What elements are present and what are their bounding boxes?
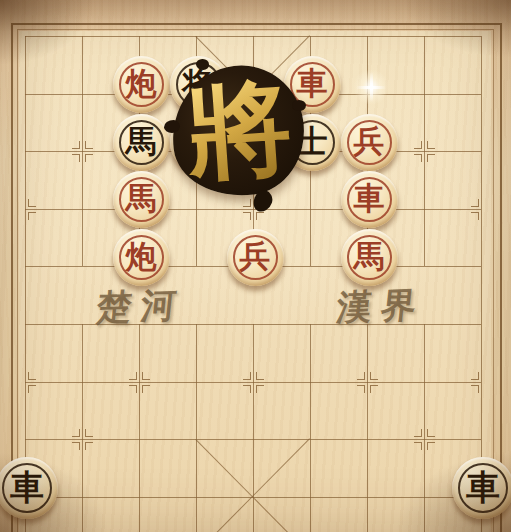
position-marker <box>72 429 80 437</box>
move-sparkle-effect <box>353 69 389 105</box>
ink-splatter <box>196 59 209 70</box>
position-marker <box>256 385 264 393</box>
grid-line <box>139 324 140 532</box>
position-marker <box>471 385 479 393</box>
grid-line <box>82 36 83 266</box>
position-marker <box>243 212 251 220</box>
check-stamp-character: 將 <box>162 65 316 195</box>
position-marker <box>357 372 365 380</box>
grid-line <box>367 324 368 532</box>
piece-red-cannon[interactable]: 炮 <box>113 229 170 286</box>
piece-character: 馬 <box>354 241 385 272</box>
piece-red-soldier[interactable]: 兵 <box>341 114 398 171</box>
piece-red-horse[interactable]: 馬 <box>113 171 170 228</box>
piece-black-horse[interactable]: 馬 <box>113 114 170 171</box>
position-marker <box>243 372 251 380</box>
piece-character: 馬 <box>126 183 157 214</box>
position-marker <box>243 385 251 393</box>
river-label-chu-river: 楚河 <box>94 281 187 331</box>
piece-character: 炮 <box>126 241 157 272</box>
position-marker <box>28 212 36 220</box>
position-marker <box>85 442 93 450</box>
piece-black-chariot[interactable]: 車 <box>452 457 511 519</box>
grid-line <box>310 324 311 532</box>
position-marker <box>256 212 264 220</box>
sparkle-ray <box>356 86 386 89</box>
grid-line <box>253 324 254 532</box>
position-marker <box>427 154 435 162</box>
piece-character: 馬 <box>126 126 157 157</box>
position-marker <box>471 199 479 207</box>
position-marker <box>414 429 422 437</box>
grid-line <box>424 324 425 532</box>
position-marker <box>129 372 137 380</box>
position-marker <box>471 372 479 380</box>
position-marker <box>370 372 378 380</box>
position-marker <box>72 154 80 162</box>
position-marker <box>28 372 36 380</box>
position-marker <box>142 385 150 393</box>
position-marker <box>28 199 36 207</box>
xiangqi-app-screen: 楚河 漢界 炮将車馬士士兵馬車炮兵馬車車 將 <box>0 0 511 532</box>
position-marker <box>370 385 378 393</box>
river-label-han-border: 漢界 <box>334 281 427 331</box>
position-marker <box>414 442 422 450</box>
piece-red-cannon[interactable]: 炮 <box>113 56 170 113</box>
position-marker <box>85 141 93 149</box>
grid-line <box>82 324 83 532</box>
position-marker <box>357 385 365 393</box>
position-marker <box>414 141 422 149</box>
position-marker <box>427 141 435 149</box>
position-marker <box>72 442 80 450</box>
position-marker <box>28 385 36 393</box>
piece-red-soldier[interactable]: 兵 <box>227 229 284 286</box>
piece-character: 車 <box>354 183 385 214</box>
position-marker <box>427 442 435 450</box>
position-marker <box>142 372 150 380</box>
piece-character: 車 <box>10 470 44 504</box>
position-marker <box>427 429 435 437</box>
piece-red-horse[interactable]: 馬 <box>341 229 398 286</box>
piece-character: 兵 <box>354 126 385 157</box>
piece-character: 炮 <box>126 68 157 99</box>
grid-line <box>196 324 197 532</box>
position-marker <box>129 385 137 393</box>
piece-black-chariot[interactable]: 車 <box>0 457 58 519</box>
grid-line <box>424 36 425 266</box>
position-marker <box>85 429 93 437</box>
piece-red-chariot[interactable]: 車 <box>341 171 398 228</box>
piece-character: 車 <box>466 470 500 504</box>
position-marker <box>256 372 264 380</box>
position-marker <box>85 154 93 162</box>
position-marker <box>72 141 80 149</box>
position-marker <box>414 154 422 162</box>
position-marker <box>471 212 479 220</box>
check-stamp-overlay: 將 <box>166 62 312 208</box>
piece-character: 兵 <box>240 241 271 272</box>
